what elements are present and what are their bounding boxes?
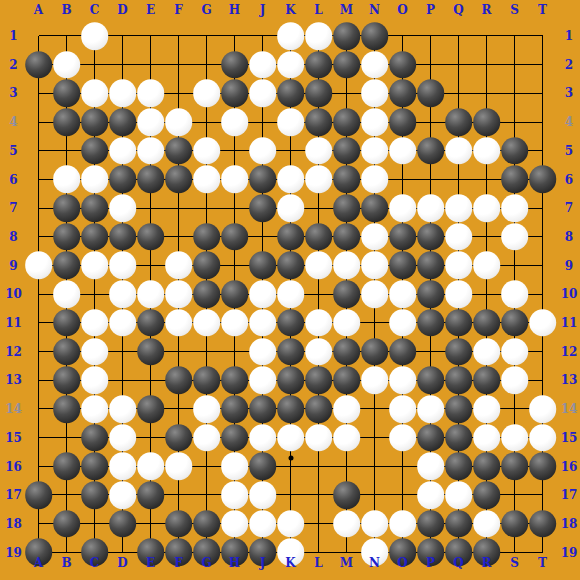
board-cell[interactable] [445, 165, 473, 194]
board-cell[interactable] [221, 165, 249, 194]
board-cell[interactable] [165, 395, 193, 424]
board-cell[interactable] [109, 481, 137, 510]
board-cell[interactable] [473, 165, 501, 194]
board-cell[interactable] [361, 194, 389, 223]
board-cell[interactable] [445, 337, 473, 366]
board-cell[interactable] [53, 22, 81, 51]
board-cell[interactable] [109, 79, 137, 108]
board-cell[interactable] [389, 395, 417, 424]
board-cell[interactable] [277, 22, 305, 51]
board-cell[interactable] [445, 79, 473, 108]
board-cell[interactable] [417, 79, 445, 108]
board-cell[interactable] [305, 22, 333, 51]
board-cell[interactable] [473, 251, 501, 280]
board-cell[interactable] [221, 366, 249, 395]
board-cell[interactable] [221, 50, 249, 79]
board-cell[interactable] [361, 108, 389, 137]
board-cell[interactable] [389, 481, 417, 510]
board-cell[interactable] [193, 423, 221, 452]
board-cell[interactable] [137, 309, 165, 338]
board-cell[interactable] [165, 22, 193, 51]
board-cell[interactable] [193, 79, 221, 108]
board-cell[interactable] [445, 423, 473, 452]
board-cell[interactable] [249, 251, 277, 280]
board-cell[interactable] [473, 22, 501, 51]
board-cell[interactable] [417, 165, 445, 194]
board-cell[interactable] [361, 452, 389, 481]
board-cell[interactable] [361, 509, 389, 538]
board-cell[interactable] [165, 251, 193, 280]
board-cell[interactable] [361, 280, 389, 309]
board-cell[interactable] [249, 280, 277, 309]
board-cell[interactable] [501, 136, 529, 165]
board-cell[interactable] [333, 194, 361, 223]
board-cell[interactable] [53, 280, 81, 309]
board-cell[interactable] [249, 366, 277, 395]
board-cell[interactable] [529, 22, 557, 51]
board-cell[interactable] [53, 136, 81, 165]
board-cell[interactable] [249, 22, 277, 51]
board-cell[interactable] [81, 165, 109, 194]
board-cell[interactable] [53, 337, 81, 366]
board-cell[interactable] [333, 395, 361, 424]
board-cell[interactable] [109, 280, 137, 309]
board-cell[interactable] [473, 337, 501, 366]
board-cell[interactable] [389, 423, 417, 452]
board-cell[interactable] [389, 165, 417, 194]
board-cell[interactable] [81, 452, 109, 481]
board-cell[interactable] [25, 136, 53, 165]
board-cell[interactable] [417, 222, 445, 251]
board-cell[interactable] [305, 509, 333, 538]
board-cell[interactable] [25, 165, 53, 194]
board-cell[interactable] [473, 452, 501, 481]
board-cell[interactable] [109, 251, 137, 280]
board-cell[interactable] [109, 452, 137, 481]
board-cell[interactable] [501, 165, 529, 194]
board-cell[interactable] [361, 366, 389, 395]
board-cell[interactable] [165, 423, 193, 452]
board-cell[interactable] [529, 108, 557, 137]
board-cell[interactable] [137, 194, 165, 223]
board-cell[interactable] [305, 79, 333, 108]
board-cell[interactable] [417, 366, 445, 395]
board-cell[interactable] [137, 481, 165, 510]
board-cell[interactable] [81, 194, 109, 223]
board-cell[interactable] [529, 280, 557, 309]
board-cell[interactable] [389, 309, 417, 338]
board-cell[interactable] [25, 194, 53, 223]
board-cell[interactable] [501, 194, 529, 223]
board-cell[interactable] [445, 280, 473, 309]
board-cell[interactable] [81, 309, 109, 338]
board-cell[interactable] [305, 136, 333, 165]
board-cell[interactable] [109, 309, 137, 338]
board-cell[interactable] [277, 222, 305, 251]
board-cell[interactable] [277, 366, 305, 395]
board-cell[interactable] [165, 194, 193, 223]
board-cell[interactable] [473, 222, 501, 251]
board-cell[interactable] [137, 165, 165, 194]
board-cell[interactable] [193, 280, 221, 309]
board-cell[interactable] [81, 481, 109, 510]
board-cell[interactable] [501, 222, 529, 251]
board-cell[interactable] [361, 423, 389, 452]
board-cell[interactable] [193, 136, 221, 165]
board-cell[interactable] [81, 50, 109, 79]
board-cell[interactable] [53, 50, 81, 79]
board-cell[interactable] [81, 79, 109, 108]
board-cell[interactable] [361, 251, 389, 280]
board-cell[interactable] [109, 509, 137, 538]
board-cell[interactable] [333, 222, 361, 251]
board-cell[interactable] [305, 165, 333, 194]
board-cell[interactable] [361, 79, 389, 108]
board-cell[interactable] [389, 280, 417, 309]
board-cell[interactable] [501, 366, 529, 395]
board-cell[interactable] [137, 280, 165, 309]
board-cell[interactable] [417, 395, 445, 424]
board-cell[interactable] [221, 22, 249, 51]
board-cell[interactable] [25, 423, 53, 452]
board-cell[interactable] [109, 108, 137, 137]
board-cell[interactable] [305, 452, 333, 481]
board-cell[interactable] [361, 165, 389, 194]
board-cell[interactable] [333, 165, 361, 194]
board-cell[interactable] [529, 509, 557, 538]
board-cell[interactable] [389, 452, 417, 481]
board-cell[interactable] [333, 337, 361, 366]
board-cell[interactable] [81, 108, 109, 137]
board-cell[interactable] [53, 366, 81, 395]
board-cell[interactable] [529, 423, 557, 452]
board-cell[interactable] [221, 280, 249, 309]
board-cell[interactable] [249, 423, 277, 452]
board-cell[interactable] [417, 136, 445, 165]
board-cell[interactable] [305, 366, 333, 395]
board-cell[interactable] [53, 509, 81, 538]
board-cell[interactable] [193, 452, 221, 481]
board-cell[interactable] [165, 452, 193, 481]
board-cell[interactable] [165, 481, 193, 510]
board-cell[interactable] [501, 50, 529, 79]
board-cell[interactable] [137, 108, 165, 137]
board-cell[interactable] [333, 423, 361, 452]
board-cell[interactable] [53, 395, 81, 424]
board-cell[interactable] [137, 337, 165, 366]
board-cell[interactable] [361, 395, 389, 424]
board-cell[interactable] [25, 481, 53, 510]
board-cell[interactable] [53, 79, 81, 108]
board-cell[interactable] [305, 280, 333, 309]
board-cell[interactable] [473, 481, 501, 510]
board-cell[interactable] [333, 50, 361, 79]
board-cell[interactable] [221, 509, 249, 538]
board-cell[interactable] [389, 22, 417, 51]
board-cell[interactable] [361, 136, 389, 165]
board-cell[interactable] [249, 222, 277, 251]
board-cell[interactable] [529, 194, 557, 223]
board-cell[interactable] [109, 337, 137, 366]
board-cell[interactable] [445, 509, 473, 538]
board-cell[interactable] [501, 280, 529, 309]
board-cell[interactable] [417, 280, 445, 309]
board-cell[interactable] [249, 481, 277, 510]
board-cell[interactable] [473, 136, 501, 165]
board-cell[interactable] [25, 452, 53, 481]
board-cell[interactable] [473, 395, 501, 424]
board-cell[interactable] [305, 251, 333, 280]
board-cell[interactable] [277, 452, 305, 481]
board-cell[interactable] [305, 108, 333, 137]
board-cell[interactable] [361, 309, 389, 338]
board-cell[interactable] [501, 481, 529, 510]
board-cell[interactable] [277, 108, 305, 137]
board-cell[interactable] [473, 194, 501, 223]
board-cell[interactable] [445, 194, 473, 223]
board-cell[interactable] [81, 251, 109, 280]
board-cell[interactable] [165, 222, 193, 251]
board-cell[interactable] [277, 509, 305, 538]
board-cell[interactable] [333, 108, 361, 137]
board-cell[interactable] [109, 165, 137, 194]
board-cell[interactable] [137, 222, 165, 251]
board-cell[interactable] [165, 280, 193, 309]
board-cell[interactable] [137, 395, 165, 424]
board-cell[interactable] [473, 280, 501, 309]
board-cell[interactable] [193, 337, 221, 366]
board-cell[interactable] [445, 395, 473, 424]
board-cell[interactable] [529, 452, 557, 481]
board-cell[interactable] [333, 481, 361, 510]
board-cell[interactable] [277, 194, 305, 223]
board-cell[interactable] [165, 108, 193, 137]
board-cell[interactable] [333, 251, 361, 280]
board-cell[interactable] [221, 423, 249, 452]
board-cell[interactable] [165, 50, 193, 79]
board-cell[interactable] [333, 366, 361, 395]
board-cell[interactable] [109, 50, 137, 79]
board-cell[interactable] [277, 251, 305, 280]
board-cell[interactable] [165, 337, 193, 366]
board-cell[interactable] [53, 165, 81, 194]
board-cell[interactable] [193, 395, 221, 424]
board-cell[interactable] [81, 423, 109, 452]
board-cell[interactable] [137, 22, 165, 51]
board-cell[interactable] [333, 79, 361, 108]
board-cell[interactable] [305, 50, 333, 79]
board-cell[interactable] [473, 79, 501, 108]
board-cell[interactable] [137, 136, 165, 165]
board-cell[interactable] [53, 108, 81, 137]
board-cell[interactable] [389, 366, 417, 395]
board-cell[interactable] [445, 222, 473, 251]
board-cell[interactable] [501, 251, 529, 280]
board-cell[interactable] [529, 136, 557, 165]
board-cell[interactable] [529, 165, 557, 194]
board-cell[interactable] [277, 337, 305, 366]
board-cell[interactable] [361, 222, 389, 251]
board-cell[interactable] [445, 309, 473, 338]
board-cell[interactable] [333, 280, 361, 309]
board-cell[interactable] [193, 309, 221, 338]
board-cell[interactable] [277, 395, 305, 424]
board-cell[interactable] [137, 251, 165, 280]
board-cell[interactable] [277, 79, 305, 108]
board-cell[interactable] [137, 366, 165, 395]
board-cell[interactable] [221, 481, 249, 510]
board-cell[interactable] [53, 194, 81, 223]
board-cell[interactable] [193, 50, 221, 79]
board-cell[interactable] [165, 309, 193, 338]
board-cell[interactable] [193, 165, 221, 194]
board-cell[interactable] [221, 452, 249, 481]
board-cell[interactable] [249, 309, 277, 338]
board-cell[interactable] [137, 50, 165, 79]
board-cell[interactable] [193, 366, 221, 395]
board-cell[interactable] [389, 50, 417, 79]
board-cell[interactable] [389, 251, 417, 280]
board-cell[interactable] [277, 423, 305, 452]
board-cell[interactable] [25, 251, 53, 280]
board-cell[interactable] [193, 481, 221, 510]
board-cell[interactable] [445, 22, 473, 51]
board-cell[interactable] [53, 251, 81, 280]
board-cell[interactable] [473, 366, 501, 395]
board-cell[interactable] [417, 50, 445, 79]
board-cell[interactable] [221, 309, 249, 338]
board-cell[interactable] [81, 22, 109, 51]
board-cell[interactable] [389, 108, 417, 137]
board-cell[interactable] [361, 481, 389, 510]
board-cell[interactable] [81, 337, 109, 366]
board-cell[interactable] [473, 309, 501, 338]
board-cell[interactable] [249, 395, 277, 424]
board-cell[interactable] [137, 452, 165, 481]
board-cell[interactable] [277, 280, 305, 309]
board-cell[interactable] [417, 251, 445, 280]
board-cell[interactable] [417, 509, 445, 538]
board-cell[interactable] [305, 481, 333, 510]
board-cell[interactable] [389, 136, 417, 165]
board-cell[interactable] [417, 309, 445, 338]
board-cell[interactable] [249, 50, 277, 79]
board-cell[interactable] [193, 194, 221, 223]
board-cell[interactable] [221, 194, 249, 223]
board-cell[interactable] [109, 423, 137, 452]
board-cell[interactable] [445, 481, 473, 510]
board-cell[interactable] [25, 280, 53, 309]
board-cell[interactable] [529, 481, 557, 510]
board-cell[interactable] [25, 50, 53, 79]
board-cell[interactable] [417, 108, 445, 137]
board-cell[interactable] [221, 395, 249, 424]
board-cell[interactable] [193, 108, 221, 137]
board-cell[interactable] [417, 337, 445, 366]
board-cell[interactable] [501, 509, 529, 538]
board-cell[interactable] [109, 22, 137, 51]
board-cell[interactable] [53, 423, 81, 452]
board-cell[interactable] [165, 165, 193, 194]
board-cell[interactable] [249, 194, 277, 223]
board-cell[interactable] [109, 366, 137, 395]
board-cell[interactable] [81, 136, 109, 165]
board-cell[interactable] [473, 509, 501, 538]
board-cell[interactable] [305, 194, 333, 223]
board-cell[interactable] [445, 452, 473, 481]
board-cell[interactable] [473, 50, 501, 79]
board-cell[interactable] [25, 108, 53, 137]
board-cell[interactable] [249, 108, 277, 137]
board-cell[interactable] [249, 79, 277, 108]
board-cell[interactable] [501, 79, 529, 108]
board-cell[interactable] [389, 509, 417, 538]
board-cell[interactable] [389, 79, 417, 108]
board-cell[interactable] [333, 136, 361, 165]
board-cell[interactable] [333, 22, 361, 51]
board-cell[interactable] [501, 309, 529, 338]
board-cell[interactable] [445, 50, 473, 79]
board-cell[interactable] [109, 136, 137, 165]
board-cell[interactable] [53, 309, 81, 338]
board-cell[interactable] [25, 309, 53, 338]
board-cell[interactable] [249, 136, 277, 165]
board-cell[interactable] [361, 337, 389, 366]
board-cell[interactable] [417, 194, 445, 223]
board-cell[interactable] [529, 222, 557, 251]
board-cell[interactable] [389, 337, 417, 366]
board-cell[interactable] [109, 395, 137, 424]
board-cell[interactable] [529, 79, 557, 108]
board-cell[interactable] [137, 509, 165, 538]
board-cell[interactable] [361, 22, 389, 51]
board-cell[interactable] [501, 395, 529, 424]
board-cell[interactable] [389, 222, 417, 251]
board-cell[interactable] [305, 395, 333, 424]
board-cell[interactable] [221, 251, 249, 280]
board-cell[interactable] [417, 452, 445, 481]
board-cell[interactable] [165, 366, 193, 395]
board-cell[interactable] [25, 222, 53, 251]
board-cell[interactable] [333, 509, 361, 538]
board-cell[interactable] [501, 22, 529, 51]
board-cell[interactable] [221, 222, 249, 251]
board-cell[interactable] [165, 79, 193, 108]
board-cell[interactable] [529, 50, 557, 79]
board-cell[interactable] [221, 136, 249, 165]
board-cell[interactable] [445, 251, 473, 280]
board-cell[interactable] [277, 481, 305, 510]
board-cell[interactable] [389, 194, 417, 223]
board-cell[interactable] [529, 395, 557, 424]
board-cell[interactable] [445, 366, 473, 395]
board-cell[interactable] [501, 108, 529, 137]
board-cell[interactable] [473, 108, 501, 137]
board-cell[interactable] [221, 108, 249, 137]
board-cell[interactable] [277, 165, 305, 194]
board-cell[interactable] [417, 22, 445, 51]
board-cell[interactable] [81, 395, 109, 424]
board-cell[interactable] [221, 337, 249, 366]
board-cell[interactable] [249, 452, 277, 481]
board-cell[interactable] [81, 509, 109, 538]
board-cell[interactable] [305, 309, 333, 338]
board-cell[interactable] [501, 423, 529, 452]
board-cell[interactable] [501, 337, 529, 366]
board-cell[interactable] [249, 509, 277, 538]
board-cell[interactable] [193, 251, 221, 280]
board-cell[interactable] [417, 423, 445, 452]
